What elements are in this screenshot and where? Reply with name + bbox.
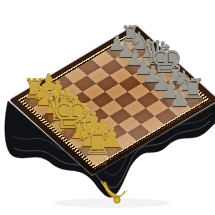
piece-reflection: ♜ — [82, 155, 114, 168]
chess-set-photo: ♜♜♞♞♝♝♛♛♚♚♝♝♞♞♜♜♟♟♟♟♟♟♟♟♟♟♟♟♟♟♟♟♟♟♟♟♟♟♟♟… — [0, 0, 215, 215]
pieces-layer: ♜♜♞♞♝♝♛♛♚♚♝♝♞♞♜♜♟♟♟♟♟♟♟♟♟♟♟♟♟♟♟♟♟♟♟♟♟♟♟♟… — [0, 0, 215, 215]
piece-gold-rook-h1[interactable]: ♜♜ — [82, 127, 114, 169]
piece-silver-pawn-h7[interactable]: ♟♟ — [168, 86, 192, 117]
piece-reflection: ♟ — [168, 107, 192, 117]
